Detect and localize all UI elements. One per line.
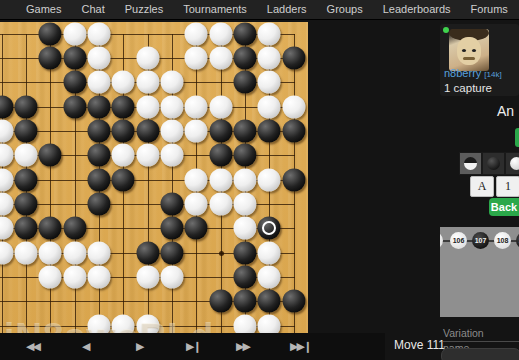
- white-stone: [136, 46, 159, 69]
- move-tree-node[interactable]: 106: [450, 232, 467, 249]
- black-stone: [234, 144, 257, 167]
- move-tree-panel[interactable]: 5106107108109: [440, 227, 519, 317]
- black-stone: [282, 119, 305, 142]
- white-stone: [234, 168, 257, 191]
- nav-item-tournaments[interactable]: Tournaments: [173, 0, 257, 19]
- black-stone: [234, 46, 257, 69]
- black-stone: [209, 144, 232, 167]
- white-stone: [209, 168, 232, 191]
- white-stone: [14, 144, 37, 167]
- captures-count: 1 capture: [444, 82, 492, 94]
- black-stone-tool-button[interactable]: [482, 152, 505, 175]
- white-stone: [0, 168, 13, 191]
- fast-rewind-button[interactable]: ◀◀: [26, 333, 39, 360]
- white-stone: [258, 241, 281, 264]
- white-stone: [136, 71, 159, 94]
- black-stone: [234, 71, 257, 94]
- white-stone: [0, 217, 13, 240]
- move-tree-node[interactable]: 107: [472, 232, 489, 249]
- white-stone: [185, 46, 208, 69]
- black-stone: [112, 168, 135, 191]
- white-stone: [209, 46, 232, 69]
- nav-item-puzzles[interactable]: Puzzles: [115, 0, 174, 19]
- white-stone: [63, 266, 86, 289]
- black-stone: [258, 217, 281, 240]
- white-stone: [0, 241, 13, 264]
- white-stone: [0, 119, 13, 142]
- white-stone: [136, 95, 159, 118]
- label-tool-row: A 1: [470, 176, 519, 195]
- cutoff-green-button[interactable]: [515, 128, 519, 147]
- white-stone: [160, 266, 183, 289]
- black-stone: [39, 22, 62, 45]
- black-stone: [87, 95, 110, 118]
- white-stone: [87, 71, 110, 94]
- white-stone: [185, 95, 208, 118]
- black-stone: [63, 71, 86, 94]
- white-stone: [185, 22, 208, 45]
- white-stone: [0, 192, 13, 215]
- black-stone: [160, 241, 183, 264]
- white-stone-tool-button[interactable]: [505, 152, 519, 175]
- jump-to-end-button[interactable]: ▶▶❙: [290, 333, 310, 360]
- white-stone: [160, 95, 183, 118]
- black-stone: [39, 46, 62, 69]
- go-game-page: { "game": { "name": "Go", "note": "Cropp…: [0, 0, 519, 360]
- black-stone: [282, 168, 305, 191]
- chat-input-bar[interactable]: [441, 348, 519, 360]
- playback-bar: ◀◀◀▶▶❙▶▶▶▶❙: [0, 333, 385, 360]
- white-stone: [185, 119, 208, 142]
- number-label-button[interactable]: 1: [496, 176, 519, 197]
- black-stone: [14, 95, 37, 118]
- black-stone: [14, 217, 37, 240]
- white-stone-icon: [510, 157, 519, 170]
- white-stone: [185, 192, 208, 215]
- player-card[interactable]: n8berry [14k] 1 capture: [440, 24, 519, 96]
- black-stone: [185, 217, 208, 240]
- white-stone: [258, 95, 281, 118]
- white-stone: [87, 266, 110, 289]
- move-number-label: Move 111: [394, 333, 445, 360]
- white-stone: [112, 144, 135, 167]
- white-stone: [87, 46, 110, 69]
- white-stone: [209, 95, 232, 118]
- letter-label-button[interactable]: A: [470, 176, 494, 197]
- white-stone: [87, 22, 110, 45]
- black-stone: [87, 144, 110, 167]
- white-stone: [258, 266, 281, 289]
- black-stone: [136, 119, 159, 142]
- white-stone: [282, 95, 305, 118]
- move-tree-node[interactable]: 5: [440, 232, 443, 249]
- black-stone-icon: [487, 157, 500, 170]
- white-stone: [234, 314, 257, 333]
- black-stone: [234, 266, 257, 289]
- black-stone: [234, 22, 257, 45]
- white-stone: [234, 217, 257, 240]
- black-stone: [87, 168, 110, 191]
- black-stone: [234, 119, 257, 142]
- stone-tool-row: [459, 152, 519, 173]
- black-stone: [112, 95, 135, 118]
- player-avatar: [449, 29, 489, 71]
- black-stone: [63, 46, 86, 69]
- player-name[interactable]: n8berry [14k]: [444, 67, 502, 79]
- black-stone: [14, 119, 37, 142]
- star-point: [219, 251, 224, 256]
- white-stone: [160, 71, 183, 94]
- black-stone: [258, 290, 281, 313]
- nav-item-forums[interactable]: Forums: [461, 0, 518, 19]
- nav-item-ladders[interactable]: Ladders: [257, 0, 317, 19]
- white-stone: [160, 119, 183, 142]
- nav-item-chat[interactable]: Chat: [71, 0, 114, 19]
- player-rank: [14k]: [484, 70, 501, 79]
- white-stone: [39, 241, 62, 264]
- white-stone: [209, 192, 232, 215]
- white-stone: [258, 46, 281, 69]
- black-stone: [209, 119, 232, 142]
- last-move-marker: [262, 221, 276, 235]
- black-stone: [282, 46, 305, 69]
- black-stone: [160, 192, 183, 215]
- white-stone: [136, 266, 159, 289]
- move-tree-node[interactable]: 108: [494, 232, 511, 249]
- white-stone: [258, 71, 281, 94]
- black-stone: [39, 217, 62, 240]
- black-stone: [234, 290, 257, 313]
- nav-item-groups[interactable]: Groups: [317, 0, 373, 19]
- black-stone: [136, 241, 159, 264]
- black-stone: [63, 217, 86, 240]
- alternate-stone-tool-button[interactable]: [459, 152, 482, 175]
- black-stone: [14, 192, 37, 215]
- black-stone: [258, 119, 281, 142]
- white-stone: [258, 314, 281, 333]
- black-stone: [0, 95, 13, 118]
- watermark-text: iN8swoRLd: [4, 316, 214, 333]
- top-nav: Games Chat Puzzles Tournaments Ladders G…: [0, 0, 519, 20]
- white-stone: [209, 22, 232, 45]
- black-stone: [160, 217, 183, 240]
- black-stone: [14, 168, 37, 191]
- black-stone: [112, 119, 135, 142]
- white-stone: [160, 144, 183, 167]
- black-stone: [87, 192, 110, 215]
- black-stone: [87, 119, 110, 142]
- black-stone: [209, 290, 232, 313]
- white-stone: [14, 241, 37, 264]
- white-stone: [87, 241, 110, 264]
- play-button[interactable]: ▶: [136, 333, 142, 360]
- step-back-button[interactable]: ◀: [82, 333, 88, 360]
- nav-item-games[interactable]: Games: [16, 0, 71, 19]
- white-stone: [258, 22, 281, 45]
- white-stone: [63, 241, 86, 264]
- white-stone: [63, 22, 86, 45]
- nav-item-leaderboards[interactable]: Leaderboards: [373, 0, 461, 19]
- white-stone: [39, 266, 62, 289]
- white-stone: [185, 168, 208, 191]
- white-stone: [112, 71, 135, 94]
- menu-grid-icon[interactable]: [5, 5, 7, 15]
- back-button[interactable]: Back: [489, 198, 519, 216]
- fast-forward-button[interactable]: ▶▶: [236, 333, 249, 360]
- white-stone: [234, 192, 257, 215]
- white-stone: [136, 144, 159, 167]
- black-stone: [282, 290, 305, 313]
- white-stone: [258, 168, 281, 191]
- black-stone: [63, 95, 86, 118]
- alternate-stone-icon: [464, 157, 477, 170]
- white-stone: [0, 144, 13, 167]
- step-forward-button[interactable]: ▶❙: [186, 333, 200, 360]
- go-board[interactable]: iN8swoRLd: [0, 22, 308, 333]
- black-stone: [234, 241, 257, 264]
- black-stone: [39, 144, 62, 167]
- analysis-heading-partial: An: [497, 103, 514, 119]
- variation-name-input[interactable]: Variation name...: [443, 326, 519, 342]
